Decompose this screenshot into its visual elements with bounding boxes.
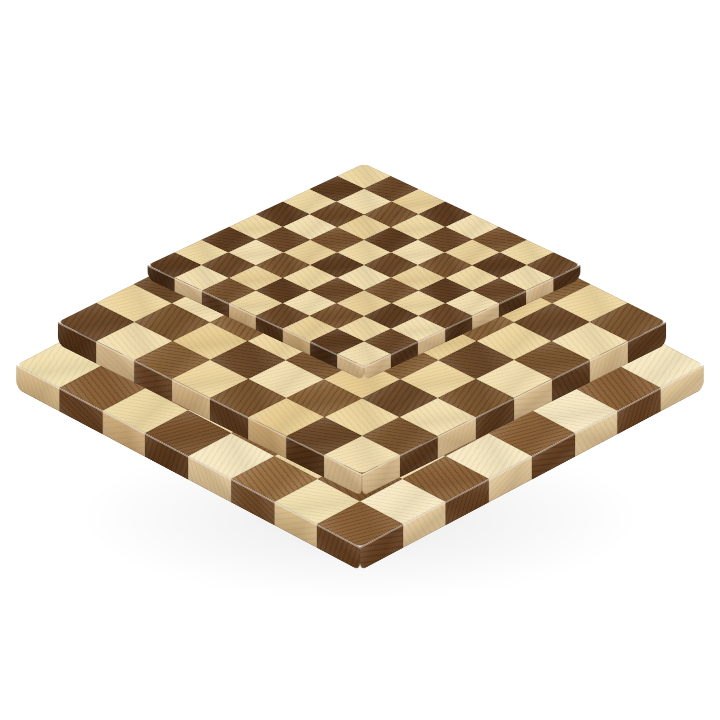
medium-maple-square [400, 360, 476, 398]
small-walnut-square [418, 278, 472, 303]
small-maple-square [337, 290, 391, 315]
small-walnut-square [310, 278, 364, 303]
small-walnut-square [364, 303, 418, 328]
small-maple-square [229, 265, 283, 290]
medium-walnut-square [286, 379, 362, 417]
small-walnut-square [364, 278, 418, 303]
medium-walnut-square [362, 379, 438, 417]
small-maple-square [391, 265, 445, 290]
small-maple-square [337, 316, 391, 341]
medium-walnut-square [438, 341, 514, 379]
small-maple-square [391, 290, 445, 315]
medium-maple-square [172, 322, 248, 360]
small-maple-square [283, 290, 337, 315]
medium-maple-square [248, 360, 324, 398]
small-maple-square [283, 265, 337, 290]
small-maple-square [445, 265, 499, 290]
small-walnut-square [310, 303, 364, 328]
medium-walnut-square [210, 341, 286, 379]
small-walnut-square [256, 278, 310, 303]
medium-maple-square [324, 398, 400, 436]
stage [0, 0, 720, 720]
medium-maple-square [476, 322, 552, 360]
small-maple-square [337, 265, 391, 290]
